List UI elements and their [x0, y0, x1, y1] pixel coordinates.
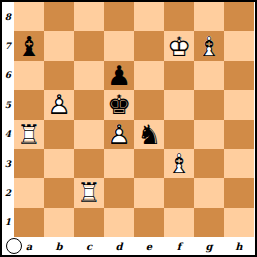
rank-label-2: 2 — [2, 178, 14, 207]
square-d2[interactable] — [104, 178, 134, 207]
square-c1[interactable] — [74, 208, 104, 237]
rank-label-7: 7 — [2, 31, 14, 60]
square-g6[interactable] — [194, 61, 224, 90]
square-c3[interactable] — [74, 149, 104, 178]
file-labels: abcdefgh — [14, 237, 254, 255]
white-piece-outline-glyph: ♗ — [167, 148, 191, 179]
piece-black-bishop: ♝ — [17, 33, 41, 60]
square-e5[interactable] — [134, 90, 164, 119]
square-d6[interactable]: ♟ — [104, 61, 134, 90]
square-c2[interactable]: ♜♖ — [74, 178, 104, 207]
square-g1[interactable] — [194, 208, 224, 237]
square-c5[interactable] — [74, 90, 104, 119]
square-f3[interactable]: ♝♗ — [164, 149, 194, 178]
square-b8[interactable] — [44, 2, 74, 31]
square-h2[interactable] — [224, 178, 254, 207]
square-e1[interactable] — [134, 208, 164, 237]
file-label-h: h — [224, 237, 254, 255]
white-piece-outline-glyph: ♗ — [197, 31, 221, 62]
square-f8[interactable] — [164, 2, 194, 31]
white-piece-outline-glyph: ♔ — [167, 31, 191, 62]
black-piece-glyph: ♚ — [107, 89, 131, 120]
rank-label-4: 4 — [2, 120, 14, 149]
square-e7[interactable] — [134, 31, 164, 60]
square-b4[interactable] — [44, 120, 74, 149]
bottom-strip: abcdefgh — [2, 237, 254, 255]
square-d8[interactable] — [104, 2, 134, 31]
square-f6[interactable] — [164, 61, 194, 90]
black-piece-glyph: ♟ — [107, 60, 131, 91]
square-b1[interactable] — [44, 208, 74, 237]
square-a2[interactable] — [14, 178, 44, 207]
square-g4[interactable] — [194, 120, 224, 149]
square-g5[interactable] — [194, 90, 224, 119]
rank-labels: 87654321 — [2, 2, 14, 237]
square-c7[interactable] — [74, 31, 104, 60]
square-h8[interactable] — [224, 2, 254, 31]
square-d3[interactable] — [104, 149, 134, 178]
board: ♝♚♔♝♗♟♟♙♚♜♖♟♙♞♝♗♜♖ — [14, 2, 254, 237]
rank-label-5: 5 — [2, 90, 14, 119]
square-f1[interactable] — [164, 208, 194, 237]
white-piece-outline-glyph: ♖ — [17, 119, 41, 150]
square-a6[interactable] — [14, 61, 44, 90]
piece-black-king: ♚ — [107, 91, 131, 118]
file-label-e: e — [134, 237, 164, 255]
square-f7[interactable]: ♚♔ — [164, 31, 194, 60]
square-h5[interactable] — [224, 90, 254, 119]
square-d4[interactable]: ♟♙ — [104, 120, 134, 149]
white-piece-outline-glyph: ♙ — [47, 89, 71, 120]
square-c6[interactable] — [74, 61, 104, 90]
square-b5[interactable]: ♟♙ — [44, 90, 74, 119]
square-a1[interactable] — [14, 208, 44, 237]
square-d5[interactable]: ♚ — [104, 90, 134, 119]
square-h3[interactable] — [224, 149, 254, 178]
piece-white-king: ♚♔ — [167, 33, 191, 60]
square-a3[interactable] — [14, 149, 44, 178]
rank-label-3: 3 — [2, 149, 14, 178]
file-label-f: f — [164, 237, 194, 255]
square-e6[interactable] — [134, 61, 164, 90]
square-c4[interactable] — [74, 120, 104, 149]
square-h7[interactable] — [224, 31, 254, 60]
square-e8[interactable] — [134, 2, 164, 31]
white-piece-outline-glyph: ♖ — [77, 177, 101, 208]
piece-white-rook: ♜♖ — [17, 121, 41, 148]
square-g7[interactable]: ♝♗ — [194, 31, 224, 60]
square-b7[interactable] — [44, 31, 74, 60]
piece-black-knight: ♞ — [137, 121, 161, 148]
chess-diagram: 87654321 ♝♚♔♝♗♟♟♙♚♜♖♟♙♞♝♗♜♖ abcdefgh — [0, 0, 257, 257]
square-f2[interactable] — [164, 178, 194, 207]
piece-white-bishop: ♝♗ — [197, 33, 221, 60]
rank-label-8: 8 — [2, 2, 14, 31]
white-piece-outline-glyph: ♙ — [107, 119, 131, 150]
square-h6[interactable] — [224, 61, 254, 90]
piece-white-bishop: ♝♗ — [167, 150, 191, 177]
file-label-c: c — [74, 237, 104, 255]
square-g3[interactable] — [194, 149, 224, 178]
file-label-d: d — [104, 237, 134, 255]
file-label-g: g — [194, 237, 224, 255]
square-b2[interactable] — [44, 178, 74, 207]
square-h4[interactable] — [224, 120, 254, 149]
square-a8[interactable] — [14, 2, 44, 31]
file-label-b: b — [44, 237, 74, 255]
black-piece-glyph: ♝ — [17, 31, 41, 62]
square-e2[interactable] — [134, 178, 164, 207]
square-f4[interactable] — [164, 120, 194, 149]
square-f5[interactable] — [164, 90, 194, 119]
rank-label-1: 1 — [2, 208, 14, 237]
rank-label-6: 6 — [2, 61, 14, 90]
piece-white-rook: ♜♖ — [77, 179, 101, 206]
file-label-a: a — [14, 237, 44, 255]
piece-white-pawn: ♟♙ — [107, 121, 131, 148]
square-e4[interactable]: ♞ — [134, 120, 164, 149]
square-a7[interactable]: ♝ — [14, 31, 44, 60]
square-a5[interactable] — [14, 90, 44, 119]
square-g2[interactable] — [194, 178, 224, 207]
piece-black-pawn: ♟ — [107, 62, 131, 89]
square-g8[interactable] — [194, 2, 224, 31]
black-piece-glyph: ♞ — [137, 119, 161, 150]
square-c8[interactable] — [74, 2, 104, 31]
piece-white-pawn: ♟♙ — [47, 91, 71, 118]
square-d1[interactable] — [104, 208, 134, 237]
square-e3[interactable] — [134, 149, 164, 178]
square-h1[interactable] — [224, 208, 254, 237]
square-b6[interactable] — [44, 61, 74, 90]
square-b3[interactable] — [44, 149, 74, 178]
square-d7[interactable] — [104, 31, 134, 60]
square-a4[interactable]: ♜♖ — [14, 120, 44, 149]
